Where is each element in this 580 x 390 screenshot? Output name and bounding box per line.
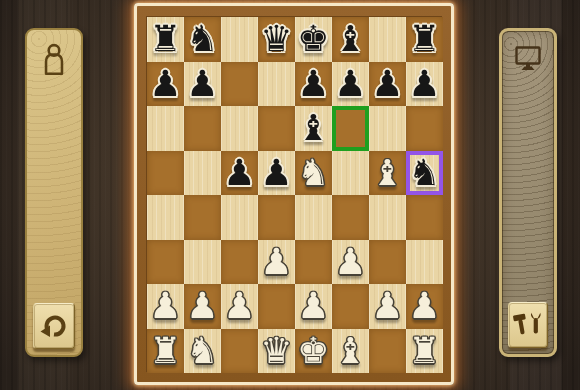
square-c4[interactable] — [221, 195, 258, 240]
white-pawn: ♟ — [186, 284, 218, 329]
square-h4[interactable] — [406, 195, 443, 240]
board-frame: ♜♞♛♚♝♜♟♟♟♟♟♟♝♟♟♞♝♞♟♟♟♟♟♟♟♟♜♞♛♚♝♜ — [134, 3, 454, 385]
tools-settings-button[interactable] — [508, 302, 548, 348]
square-f1[interactable]: ♝ — [332, 329, 369, 374]
white-bishop: ♝ — [371, 151, 403, 196]
black-queen: ♛ — [260, 17, 292, 62]
square-g3[interactable] — [369, 240, 406, 285]
square-a5[interactable] — [147, 151, 184, 196]
square-a6[interactable] — [147, 106, 184, 151]
square-h7[interactable]: ♟ — [406, 62, 443, 107]
square-c5[interactable]: ♟ — [221, 151, 258, 196]
black-rook: ♜ — [149, 17, 181, 62]
square-b7[interactable]: ♟ — [184, 62, 221, 107]
square-d8[interactable]: ♛ — [258, 17, 295, 62]
square-c8[interactable] — [221, 17, 258, 62]
computer-panel — [499, 28, 557, 357]
square-h6[interactable] — [406, 106, 443, 151]
square-e5[interactable]: ♞ — [295, 151, 332, 196]
square-d6[interactable] — [258, 106, 295, 151]
black-pawn: ♟ — [371, 62, 403, 107]
black-pawn: ♟ — [297, 62, 329, 107]
square-f6[interactable] — [332, 106, 369, 151]
square-b3[interactable] — [184, 240, 221, 285]
black-rook: ♜ — [408, 17, 440, 62]
black-bishop: ♝ — [297, 106, 329, 151]
square-a1[interactable]: ♜ — [147, 329, 184, 374]
white-pawn: ♟ — [371, 284, 403, 329]
undo-button[interactable] — [33, 303, 75, 349]
square-h3[interactable] — [406, 240, 443, 285]
black-pawn: ♟ — [186, 62, 218, 107]
square-g2[interactable]: ♟ — [369, 284, 406, 329]
square-f3[interactable]: ♟ — [332, 240, 369, 285]
square-g8[interactable] — [369, 17, 406, 62]
chess-board: ♜♞♛♚♝♜♟♟♟♟♟♟♝♟♟♞♝♞♟♟♟♟♟♟♟♟♜♞♛♚♝♜ — [146, 16, 442, 372]
black-pawn: ♟ — [408, 62, 440, 107]
black-king: ♚ — [297, 17, 329, 62]
square-d7[interactable] — [258, 62, 295, 107]
square-d1[interactable]: ♛ — [258, 329, 295, 374]
square-g1[interactable] — [369, 329, 406, 374]
square-h2[interactable]: ♟ — [406, 284, 443, 329]
square-g4[interactable] — [369, 195, 406, 240]
square-d5[interactable]: ♟ — [258, 151, 295, 196]
square-e8[interactable]: ♚ — [295, 17, 332, 62]
square-h5[interactable]: ♞ — [406, 151, 443, 196]
black-pawn: ♟ — [223, 151, 255, 196]
white-knight: ♞ — [186, 329, 218, 374]
undo-arrow-icon — [39, 311, 69, 341]
square-b5[interactable] — [184, 151, 221, 196]
square-g5[interactable]: ♝ — [369, 151, 406, 196]
tools-icon — [512, 311, 544, 339]
square-f5[interactable] — [332, 151, 369, 196]
square-a8[interactable]: ♜ — [147, 17, 184, 62]
app-window: ♜♞♛♚♝♜♟♟♟♟♟♟♝♟♟♞♝♞♟♟♟♟♟♟♟♟♜♞♛♚♝♜ — [0, 0, 580, 390]
square-g7[interactable]: ♟ — [369, 62, 406, 107]
square-c3[interactable] — [221, 240, 258, 285]
square-c6[interactable] — [221, 106, 258, 151]
white-knight: ♞ — [297, 151, 329, 196]
square-e1[interactable]: ♚ — [295, 329, 332, 374]
square-d2[interactable] — [258, 284, 295, 329]
pawn-player-icon — [41, 43, 67, 77]
white-rook: ♜ — [149, 329, 181, 374]
square-b6[interactable] — [184, 106, 221, 151]
square-a4[interactable] — [147, 195, 184, 240]
white-pawn: ♟ — [223, 284, 255, 329]
square-e3[interactable] — [295, 240, 332, 285]
white-pawn: ♟ — [260, 240, 292, 285]
square-f2[interactable] — [332, 284, 369, 329]
square-b2[interactable]: ♟ — [184, 284, 221, 329]
white-pawn: ♟ — [297, 284, 329, 329]
computer-opponent-icon — [513, 44, 543, 72]
square-e7[interactable]: ♟ — [295, 62, 332, 107]
black-pawn: ♟ — [334, 62, 366, 107]
square-e6[interactable]: ♝ — [295, 106, 332, 151]
square-b1[interactable]: ♞ — [184, 329, 221, 374]
black-pawn: ♟ — [149, 62, 181, 107]
black-pawn: ♟ — [260, 151, 292, 196]
square-c7[interactable] — [221, 62, 258, 107]
white-pawn: ♟ — [334, 240, 366, 285]
white-queen: ♛ — [260, 329, 292, 374]
square-f4[interactable] — [332, 195, 369, 240]
square-a2[interactable]: ♟ — [147, 284, 184, 329]
white-pawn: ♟ — [149, 284, 181, 329]
player-panel — [25, 28, 83, 357]
white-king: ♚ — [297, 329, 329, 374]
square-c2[interactable]: ♟ — [221, 284, 258, 329]
square-e2[interactable]: ♟ — [295, 284, 332, 329]
square-g6[interactable] — [369, 106, 406, 151]
square-c1[interactable] — [221, 329, 258, 374]
white-pawn: ♟ — [408, 284, 440, 329]
square-b8[interactable]: ♞ — [184, 17, 221, 62]
square-d4[interactable] — [258, 195, 295, 240]
square-a7[interactable]: ♟ — [147, 62, 184, 107]
square-d3[interactable]: ♟ — [258, 240, 295, 285]
square-f7[interactable]: ♟ — [332, 62, 369, 107]
square-h8[interactable]: ♜ — [406, 17, 443, 62]
square-b4[interactable] — [184, 195, 221, 240]
black-knight: ♞ — [186, 17, 218, 62]
white-bishop: ♝ — [334, 329, 366, 374]
square-f8[interactable]: ♝ — [332, 17, 369, 62]
black-bishop: ♝ — [334, 17, 366, 62]
white-rook: ♜ — [408, 329, 440, 374]
black-knight: ♞ — [408, 151, 440, 196]
square-h1[interactable]: ♜ — [406, 329, 443, 374]
square-e4[interactable] — [295, 195, 332, 240]
square-a3[interactable] — [147, 240, 184, 285]
